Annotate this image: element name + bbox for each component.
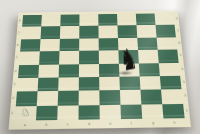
- square-g8[interactable]: [136, 13, 156, 25]
- rank-label-7-right: 7: [177, 30, 179, 33]
- square-g3[interactable]: [140, 76, 161, 90]
- square-e1[interactable]: [100, 104, 121, 119]
- black-knight[interactable]: ♞: [118, 44, 140, 77]
- square-e2[interactable]: [99, 90, 120, 104]
- square-g4[interactable]: [139, 63, 160, 77]
- square-g2[interactable]: [140, 90, 162, 104]
- square-a5[interactable]: [19, 51, 40, 64]
- square-a8[interactable]: [22, 15, 42, 27]
- square-h7[interactable]: [156, 25, 176, 37]
- file-label-e: e: [109, 123, 111, 126]
- knight-logo-icon: ♘: [20, 107, 30, 119]
- file-label-d: d: [88, 123, 90, 126]
- square-h6[interactable]: [157, 37, 178, 50]
- square-e6[interactable]: [99, 38, 119, 51]
- board-grid: [15, 13, 185, 120]
- square-e7[interactable]: [98, 26, 118, 38]
- rank-label-4-left: 4: [14, 70, 16, 73]
- square-d3[interactable]: [79, 77, 100, 91]
- square-b3[interactable]: [38, 77, 59, 91]
- square-e5[interactable]: [99, 50, 119, 63]
- square-g6[interactable]: [137, 37, 157, 50]
- chess-board: 8877665544332211abcdefgh ♘♞: [9, 11, 191, 130]
- square-h8[interactable]: [155, 13, 175, 25]
- square-h4[interactable]: [159, 62, 180, 76]
- square-d4[interactable]: [79, 64, 99, 78]
- square-f7[interactable]: [117, 26, 137, 38]
- rank-label-2-left: 2: [12, 97, 14, 100]
- square-e8[interactable]: [98, 14, 117, 26]
- square-c8[interactable]: [60, 14, 79, 26]
- rank-label-8-left: 8: [19, 20, 21, 23]
- square-f1[interactable]: [120, 104, 142, 119]
- rank-label-6-left: 6: [17, 44, 19, 47]
- square-c6[interactable]: [59, 38, 79, 51]
- square-b6[interactable]: [40, 39, 60, 52]
- square-d2[interactable]: [79, 91, 100, 105]
- square-a4[interactable]: [18, 64, 39, 78]
- square-c1[interactable]: [57, 105, 78, 120]
- file-label-a: a: [24, 124, 26, 127]
- square-a2[interactable]: [16, 91, 38, 105]
- rank-label-3-right: 3: [183, 81, 185, 84]
- square-d8[interactable]: [79, 14, 98, 26]
- square-b4[interactable]: [38, 64, 59, 78]
- square-a3[interactable]: [17, 78, 38, 92]
- file-label-f: f: [131, 122, 132, 125]
- rank-label-3-left: 3: [13, 83, 15, 86]
- square-e3[interactable]: [99, 77, 120, 91]
- square-e4[interactable]: [99, 63, 119, 77]
- square-b8[interactable]: [41, 15, 60, 27]
- coordinate-labels: 8877665544332211abcdefgh: [19, 11, 178, 13]
- square-c2[interactable]: [58, 91, 79, 105]
- square-b1[interactable]: [36, 105, 58, 120]
- square-d7[interactable]: [79, 26, 98, 38]
- rank-label-8-right: 8: [176, 18, 178, 21]
- square-h1[interactable]: [162, 104, 184, 119]
- square-a6[interactable]: [20, 39, 40, 52]
- file-label-b: b: [45, 123, 47, 126]
- rank-label-2-right: 2: [184, 95, 186, 98]
- square-c5[interactable]: [59, 51, 79, 64]
- rank-label-7-left: 7: [18, 32, 20, 35]
- rank-label-6-right: 6: [178, 42, 180, 45]
- rank-label-5-left: 5: [16, 57, 18, 60]
- square-c7[interactable]: [60, 26, 79, 38]
- square-c3[interactable]: [58, 77, 79, 91]
- square-f2[interactable]: [120, 90, 141, 104]
- chess-board-photo: 8877665544332211abcdefgh ♘♞: [0, 0, 200, 134]
- rank-label-5-right: 5: [180, 54, 182, 57]
- file-label-g: g: [152, 122, 154, 125]
- square-g1[interactable]: [141, 104, 163, 119]
- square-b5[interactable]: [39, 51, 59, 64]
- rank-label-4-right: 4: [181, 67, 183, 70]
- square-c4[interactable]: [59, 64, 79, 78]
- file-label-c: c: [67, 123, 69, 126]
- square-a7[interactable]: [21, 27, 41, 39]
- square-f3[interactable]: [119, 76, 140, 90]
- square-g5[interactable]: [138, 50, 159, 63]
- square-b2[interactable]: [37, 91, 58, 105]
- file-label-h: h: [173, 122, 175, 125]
- square-h5[interactable]: [158, 50, 179, 63]
- rank-label-1-left: 1: [11, 112, 13, 115]
- square-h3[interactable]: [160, 76, 182, 90]
- rank-label-1-right: 1: [186, 109, 188, 112]
- square-d1[interactable]: [78, 105, 99, 120]
- square-g7[interactable]: [137, 25, 157, 37]
- square-h2[interactable]: [161, 89, 183, 103]
- square-f8[interactable]: [117, 14, 136, 26]
- square-b7[interactable]: [41, 27, 61, 39]
- square-d6[interactable]: [79, 38, 99, 51]
- square-d5[interactable]: [79, 51, 99, 64]
